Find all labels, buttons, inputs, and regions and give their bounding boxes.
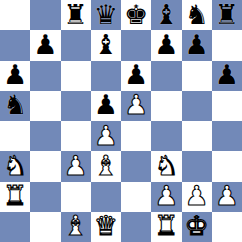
piece-white-king: ♚ [185,212,209,239]
piece-white-queen: ♛ [94,212,118,239]
square-g6[interactable] [182,61,212,91]
square-f2[interactable]: ♟ [151,182,181,212]
piece-white-knight: ♞ [3,152,27,179]
piece-white-pawn: ♟ [154,182,178,209]
square-e2[interactable] [121,182,151,212]
square-g4[interactable] [182,121,212,151]
square-e4[interactable] [121,121,151,151]
square-f5[interactable] [151,91,181,121]
piece-black-pawn: ♟ [33,31,57,58]
square-f1[interactable]: ♜ [151,212,181,242]
square-e7[interactable] [121,30,151,60]
square-h4[interactable] [212,121,242,151]
square-d2[interactable] [91,182,121,212]
square-d6[interactable] [91,61,121,91]
square-f8[interactable]: ♝ [151,0,181,30]
piece-black-bishop: ♝ [154,1,178,28]
square-g5[interactable] [182,91,212,121]
piece-black-pawn: ♟ [215,61,239,88]
piece-black-rook: ♜ [215,1,239,28]
piece-white-knight: ♞ [154,152,178,179]
piece-black-king: ♚ [124,1,148,28]
piece-black-pawn: ♟ [185,31,209,58]
square-a1[interactable] [0,212,30,242]
piece-white-pawn: ♟ [185,182,209,209]
piece-white-bishop: ♝ [94,152,118,179]
square-b5[interactable] [30,91,60,121]
square-h5[interactable] [212,91,242,121]
square-e3[interactable] [121,151,151,181]
square-c5[interactable] [61,91,91,121]
square-e8[interactable]: ♚ [121,0,151,30]
square-a8[interactable] [0,0,30,30]
piece-black-pawn: ♟ [94,91,118,118]
square-f6[interactable] [151,61,181,91]
square-a2[interactable]: ♜ [0,182,30,212]
square-c6[interactable] [61,61,91,91]
square-b4[interactable] [30,121,60,151]
square-b3[interactable] [30,151,60,181]
square-f3[interactable]: ♞ [151,151,181,181]
square-b7[interactable]: ♟ [30,30,60,60]
chess-board: ♜♛♚♝♞♜♟♝♟♟♟♟♟♞♟♟♟♞♟♝♞♜♟♟♟♝♛♜♚ [0,0,242,242]
square-d8[interactable]: ♛ [91,0,121,30]
square-b6[interactable] [30,61,60,91]
square-c3[interactable]: ♟ [61,151,91,181]
piece-white-pawn: ♟ [64,152,88,179]
square-d3[interactable]: ♝ [91,151,121,181]
square-c2[interactable] [61,182,91,212]
piece-black-bishop: ♝ [94,31,118,58]
square-c1[interactable]: ♝ [61,212,91,242]
square-g1[interactable]: ♚ [182,212,212,242]
piece-white-bishop: ♝ [64,212,88,239]
square-e1[interactable] [121,212,151,242]
square-d4[interactable]: ♟ [91,121,121,151]
square-f4[interactable] [151,121,181,151]
piece-white-pawn: ♟ [215,182,239,209]
piece-white-pawn: ♟ [94,122,118,149]
square-d5[interactable]: ♟ [91,91,121,121]
square-e5[interactable]: ♟ [121,91,151,121]
piece-white-rook: ♜ [3,182,27,209]
square-g7[interactable]: ♟ [182,30,212,60]
square-h3[interactable] [212,151,242,181]
square-a3[interactable]: ♞ [0,151,30,181]
piece-black-pawn: ♟ [124,61,148,88]
square-a6[interactable]: ♟ [0,61,30,91]
square-c8[interactable]: ♜ [61,0,91,30]
square-h6[interactable]: ♟ [212,61,242,91]
piece-black-knight: ♞ [3,91,27,118]
square-h7[interactable] [212,30,242,60]
piece-white-rook: ♜ [154,212,178,239]
piece-black-knight: ♞ [185,1,209,28]
square-d1[interactable]: ♛ [91,212,121,242]
square-g3[interactable] [182,151,212,181]
square-b1[interactable] [30,212,60,242]
square-c4[interactable] [61,121,91,151]
square-h1[interactable] [212,212,242,242]
square-a7[interactable] [0,30,30,60]
piece-white-pawn: ♟ [124,91,148,118]
square-h8[interactable]: ♜ [212,0,242,30]
square-h2[interactable]: ♟ [212,182,242,212]
square-a5[interactable]: ♞ [0,91,30,121]
square-b8[interactable] [30,0,60,30]
piece-black-pawn: ♟ [154,31,178,58]
piece-black-queen: ♛ [94,1,118,28]
square-a4[interactable] [0,121,30,151]
square-g2[interactable]: ♟ [182,182,212,212]
square-d7[interactable]: ♝ [91,30,121,60]
square-c7[interactable] [61,30,91,60]
piece-black-rook: ♜ [64,1,88,28]
square-f7[interactable]: ♟ [151,30,181,60]
square-e6[interactable]: ♟ [121,61,151,91]
piece-black-pawn: ♟ [3,61,27,88]
square-g8[interactable]: ♞ [182,0,212,30]
square-b2[interactable] [30,182,60,212]
